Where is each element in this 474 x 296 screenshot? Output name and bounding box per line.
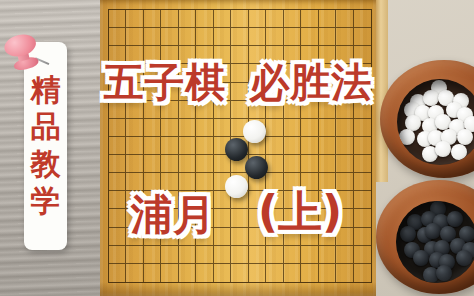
grid-cell bbox=[319, 264, 336, 282]
grid-cell bbox=[249, 10, 266, 28]
grid-cell bbox=[319, 137, 336, 155]
bowl-stone-black bbox=[436, 265, 452, 281]
grid-cell bbox=[161, 264, 178, 282]
white-stone-bowl-opening bbox=[397, 79, 474, 165]
grid-cell bbox=[266, 10, 283, 28]
grid-cell bbox=[196, 264, 213, 282]
board-stone-black bbox=[245, 156, 268, 179]
vertical-banner: 精 品 教 学 bbox=[24, 42, 67, 250]
grid-cell bbox=[126, 155, 143, 173]
grid-cell bbox=[196, 246, 213, 264]
grid-cell bbox=[284, 264, 301, 282]
bowl-stone-white bbox=[457, 129, 473, 145]
banner-char: 学 bbox=[31, 186, 61, 216]
grid-cell bbox=[231, 10, 248, 28]
bowl-stone-black bbox=[425, 223, 441, 239]
grid-cell bbox=[196, 119, 213, 137]
grid-cell bbox=[161, 246, 178, 264]
grid-cell bbox=[266, 246, 283, 264]
grid-cell bbox=[336, 155, 353, 173]
grid-cell bbox=[336, 119, 353, 137]
grid-cell bbox=[284, 137, 301, 155]
grid-cell bbox=[301, 246, 318, 264]
grid-cell bbox=[144, 137, 161, 155]
grid-cell bbox=[214, 246, 231, 264]
grid-cell bbox=[284, 28, 301, 46]
grid-cell bbox=[319, 10, 336, 28]
grid-cell bbox=[231, 209, 248, 227]
grid-cell bbox=[301, 119, 318, 137]
grid-cell bbox=[109, 137, 126, 155]
grid-cell bbox=[214, 264, 231, 282]
grid-cell bbox=[179, 137, 196, 155]
grid-cell bbox=[354, 246, 371, 264]
grid-cell bbox=[161, 119, 178, 137]
grid-cell bbox=[179, 10, 196, 28]
grid-cell bbox=[336, 264, 353, 282]
grid-cell bbox=[284, 155, 301, 173]
grid-cell bbox=[301, 264, 318, 282]
grid-cell bbox=[179, 264, 196, 282]
thumbnail-scene: 五子棋 必胜法 浦月 (上) 精 品 教 学 bbox=[0, 0, 474, 296]
grid-cell bbox=[231, 264, 248, 282]
bowl-stone-black bbox=[456, 250, 472, 266]
grid-cell bbox=[266, 264, 283, 282]
board-stone-white bbox=[225, 175, 248, 198]
grid-cell bbox=[179, 246, 196, 264]
grid-cell bbox=[354, 209, 371, 227]
banner-char: 精 bbox=[31, 75, 61, 105]
grid-cell bbox=[336, 246, 353, 264]
subtitle-opening-name: 浦月 bbox=[131, 187, 215, 243]
grid-cell bbox=[284, 246, 301, 264]
grid-cell bbox=[144, 28, 161, 46]
bowl-stone-white bbox=[399, 129, 415, 145]
grid-cell bbox=[249, 28, 266, 46]
grid-cell bbox=[144, 119, 161, 137]
grid-cell bbox=[126, 246, 143, 264]
bowl-stone-black bbox=[400, 226, 416, 242]
grid-cell bbox=[196, 155, 213, 173]
grid-cell bbox=[144, 10, 161, 28]
grid-cell bbox=[319, 119, 336, 137]
grid-cell bbox=[284, 119, 301, 137]
grid-cell bbox=[161, 137, 178, 155]
grid-cell bbox=[354, 155, 371, 173]
grid-cell bbox=[126, 28, 143, 46]
bowl-stone-white bbox=[435, 141, 451, 157]
grid-cell bbox=[109, 264, 126, 282]
grid-cell bbox=[196, 10, 213, 28]
grid-cell bbox=[109, 173, 126, 191]
grid-cell bbox=[231, 246, 248, 264]
grid-cell bbox=[354, 119, 371, 137]
board-stone-white bbox=[243, 120, 266, 143]
banner-char: 教 bbox=[31, 149, 61, 179]
bowl-stone-black bbox=[413, 250, 429, 266]
grid-cell bbox=[144, 246, 161, 264]
grid-cell bbox=[214, 10, 231, 28]
grid-cell bbox=[161, 10, 178, 28]
grid-cell bbox=[109, 155, 126, 173]
grid-cell bbox=[354, 173, 371, 191]
grid-cell bbox=[144, 264, 161, 282]
grid-cell bbox=[109, 10, 126, 28]
grid-cell bbox=[144, 155, 161, 173]
grid-cell bbox=[249, 246, 266, 264]
banner-char: 品 bbox=[31, 112, 61, 142]
grid-cell bbox=[179, 28, 196, 46]
grid-cell bbox=[249, 264, 266, 282]
grid-cell bbox=[266, 155, 283, 173]
grid-cell bbox=[126, 264, 143, 282]
grid-cell bbox=[109, 209, 126, 227]
grid-cell bbox=[319, 246, 336, 264]
grid-cell bbox=[301, 155, 318, 173]
grid-cell bbox=[214, 228, 231, 246]
grid-cell bbox=[161, 28, 178, 46]
grid-cell bbox=[301, 137, 318, 155]
grid-cell bbox=[319, 155, 336, 173]
grid-cell bbox=[109, 119, 126, 137]
grid-cell bbox=[354, 28, 371, 46]
grid-cell bbox=[301, 10, 318, 28]
grid-cell bbox=[196, 28, 213, 46]
bowl-stone-white bbox=[423, 90, 439, 106]
grid-cell bbox=[196, 137, 213, 155]
grid-cell bbox=[354, 264, 371, 282]
grid-cell bbox=[231, 228, 248, 246]
grid-cell bbox=[354, 191, 371, 209]
grid-cell bbox=[319, 28, 336, 46]
grid-cell bbox=[109, 228, 126, 246]
grid-cell bbox=[266, 137, 283, 155]
grid-cell bbox=[179, 119, 196, 137]
board-right-side-edge bbox=[375, 0, 388, 182]
grid-cell bbox=[336, 137, 353, 155]
grid-cell bbox=[109, 191, 126, 209]
grid-cell bbox=[231, 28, 248, 46]
grid-cell bbox=[214, 28, 231, 46]
grid-cell bbox=[126, 10, 143, 28]
grid-cell bbox=[161, 155, 178, 173]
grid-cell bbox=[214, 209, 231, 227]
grid-cell bbox=[126, 137, 143, 155]
board-bottom-shadow bbox=[100, 282, 376, 296]
grid-cell bbox=[266, 119, 283, 137]
grid-cell bbox=[109, 246, 126, 264]
grid-cell bbox=[354, 228, 371, 246]
grid-cell bbox=[109, 28, 126, 46]
grid-cell bbox=[284, 10, 301, 28]
grid-cell bbox=[354, 137, 371, 155]
grid-cell bbox=[179, 155, 196, 173]
bowl-stone-black bbox=[447, 211, 463, 227]
grid-cell bbox=[301, 28, 318, 46]
grid-cell bbox=[266, 28, 283, 46]
main-title: 五子棋 必胜法 bbox=[100, 55, 376, 110]
grid-cell bbox=[126, 119, 143, 137]
subtitle-part-label: (上) bbox=[258, 183, 342, 242]
black-stone-bowl-opening bbox=[396, 201, 474, 283]
grid-cell bbox=[336, 10, 353, 28]
board-stone-black bbox=[225, 138, 248, 161]
grid-cell bbox=[214, 119, 231, 137]
grid-cell bbox=[336, 28, 353, 46]
grid-cell bbox=[354, 10, 371, 28]
